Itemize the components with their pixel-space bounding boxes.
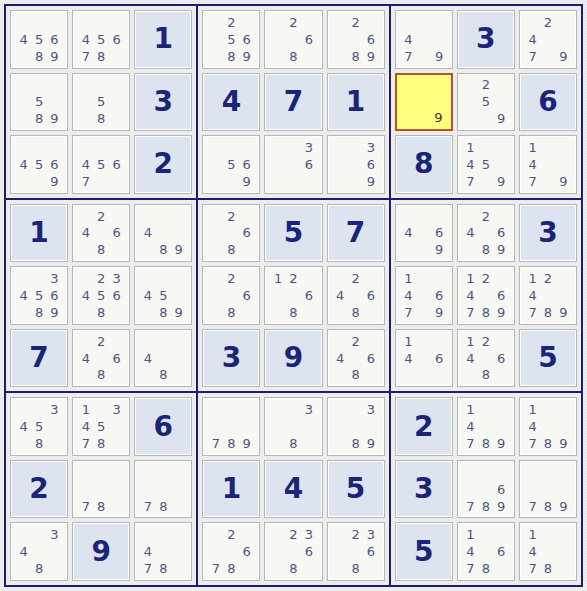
candidate-1: 1: [463, 526, 478, 543]
cell-r4c3[interactable]: 489: [134, 204, 192, 263]
cell-r3c6[interactable]: 369: [327, 135, 385, 194]
solved-digit: 6: [154, 413, 173, 441]
cell-r9c1[interactable]: 348: [10, 522, 68, 581]
empty-slot: [401, 14, 416, 31]
candidate-4: 4: [463, 225, 478, 242]
cell-r6c2[interactable]: 2468: [72, 329, 130, 388]
solved-digit: 5: [414, 538, 433, 566]
candidate-6: 6: [363, 156, 378, 173]
cell-r2c7[interactable]: 9: [395, 73, 453, 132]
cell-r4c9[interactable]: 3: [519, 204, 577, 263]
solved-digit: 6: [538, 88, 557, 116]
empty-slot: [31, 270, 46, 287]
candidate-9: 9: [494, 173, 509, 190]
empty-slot: [78, 304, 93, 321]
candidate-3: 3: [301, 139, 316, 156]
empty-slot: [31, 173, 46, 190]
sudoku-page: 4568945678158958345694567225689268268947…: [0, 0, 587, 591]
empty-slot: [16, 270, 31, 287]
empty-slot: [540, 401, 555, 418]
box-1: 45689456781589583456945672: [6, 6, 196, 198]
empty-slot: [47, 14, 62, 31]
empty-slot: [431, 31, 446, 48]
cell-r8c9[interactable]: 789: [519, 460, 577, 519]
box-2: 25689268268947156936369: [198, 6, 388, 198]
cell-r8c8[interactable]: 6789: [457, 460, 515, 519]
candidate-6: 6: [47, 156, 62, 173]
empty-slot: [463, 110, 478, 127]
empty-slot: [478, 139, 493, 156]
cell-r5c2[interactable]: 234568: [72, 266, 130, 325]
cell-r3c5[interactable]: 36: [264, 135, 322, 194]
solved-digit: 3: [222, 344, 241, 372]
box-6: 469246893146791246789124789146124685: [391, 200, 581, 392]
cell-r3c3[interactable]: 2: [134, 135, 192, 194]
cell-r4c5[interactable]: 5: [264, 204, 322, 263]
empty-slot: [363, 366, 378, 383]
cell-r1c4[interactable]: 25689: [202, 10, 260, 69]
cell-r8c6[interactable]: 5: [327, 460, 385, 519]
empty-slot: [78, 464, 93, 481]
candidate-4: 4: [78, 287, 93, 304]
candidate-2: 2: [478, 208, 493, 225]
empty-slot: [540, 543, 555, 560]
candidate-9: 9: [494, 304, 509, 321]
candidate-6: 6: [109, 156, 124, 173]
candidate-1: 1: [78, 401, 93, 418]
cell-r6c8[interactable]: 12468: [457, 329, 515, 388]
candidate-9: 9: [494, 241, 509, 258]
empty-slot: [224, 287, 239, 304]
cell-r4c7[interactable]: 469: [395, 204, 453, 263]
empty-slot: [171, 560, 186, 577]
cell-r8c4[interactable]: 1: [202, 460, 260, 519]
candidate-7: 7: [140, 560, 155, 577]
cell-r3c7[interactable]: 8: [395, 135, 453, 194]
pencil-marks: 3458: [11, 398, 67, 455]
empty-slot: [109, 173, 124, 190]
empty-slot: [31, 77, 46, 94]
empty-slot: [208, 270, 223, 287]
cell-r2c6[interactable]: 1: [327, 73, 385, 132]
candidate-6: 6: [239, 156, 254, 173]
cell-r4c6[interactable]: 7: [327, 204, 385, 263]
cell-r9c4[interactable]: 2678: [202, 522, 260, 581]
cell-r6c7[interactable]: 146: [395, 329, 453, 388]
empty-slot: [494, 77, 509, 94]
empty-slot: [140, 366, 155, 383]
cell-r5c7[interactable]: 14679: [395, 266, 453, 325]
pencil-marks: 489: [135, 205, 191, 262]
empty-slot: [333, 401, 348, 418]
empty-slot: [540, 481, 555, 498]
candidate-9: 9: [556, 435, 571, 452]
cell-r8c5[interactable]: 4: [264, 460, 322, 519]
cell-r9c6[interactable]: 2368: [327, 522, 385, 581]
candidate-2: 2: [286, 526, 301, 543]
empty-slot: [16, 139, 31, 156]
empty-slot: [286, 139, 301, 156]
empty-slot: [208, 304, 223, 321]
cell-r9c5[interactable]: 2368: [264, 522, 322, 581]
pencil-marks: 1246789: [458, 267, 514, 324]
cell-r1c9[interactable]: 2479: [519, 10, 577, 69]
cell-r7c8[interactable]: 14789: [457, 397, 515, 456]
candidate-3: 3: [363, 526, 378, 543]
candidate-8: 8: [348, 304, 363, 321]
cell-r3c8[interactable]: 14579: [457, 135, 515, 194]
candidate-9: 9: [431, 241, 446, 258]
cell-r5c9[interactable]: 124789: [519, 266, 577, 325]
candidate-5: 5: [93, 156, 108, 173]
cell-r1c6[interactable]: 2689: [327, 10, 385, 69]
pencil-marks: 45689: [11, 11, 67, 68]
empty-slot: [270, 526, 285, 543]
cell-r6c1[interactable]: 7: [10, 329, 68, 388]
empty-slot: [270, 543, 285, 560]
empty-slot: [208, 526, 223, 543]
empty-slot: [478, 543, 493, 560]
empty-slot: [333, 139, 348, 156]
pencil-marks: 589: [11, 74, 67, 131]
empty-slot: [540, 418, 555, 435]
cell-r6c5[interactable]: 9: [264, 329, 322, 388]
candidate-6: 6: [109, 287, 124, 304]
empty-slot: [556, 543, 571, 560]
cell-r7c5[interactable]: 38: [264, 397, 322, 456]
empty-slot: [31, 401, 46, 418]
empty-slot: [556, 401, 571, 418]
candidate-6: 6: [239, 225, 254, 242]
empty-slot: [109, 139, 124, 156]
cell-r9c2[interactable]: 9: [72, 522, 130, 581]
candidate-4: 4: [16, 156, 31, 173]
empty-slot: [47, 543, 62, 560]
empty-slot: [239, 560, 254, 577]
empty-slot: [525, 481, 540, 498]
cell-r3c1[interactable]: 4569: [10, 135, 68, 194]
cell-r6c4[interactable]: 3: [202, 329, 260, 388]
candidate-2: 2: [540, 14, 555, 31]
candidate-5: 5: [93, 31, 108, 48]
pencil-marks: 78: [135, 461, 191, 518]
solved-digit: 3: [414, 475, 433, 503]
empty-slot: [156, 225, 171, 242]
empty-slot: [301, 435, 316, 452]
empty-slot: [208, 401, 223, 418]
pencil-marks: 146: [396, 330, 452, 387]
cell-r2c9[interactable]: 6: [519, 73, 577, 132]
candidate-1: 1: [525, 139, 540, 156]
empty-slot: [416, 94, 431, 110]
empty-slot: [16, 526, 31, 543]
empty-slot: [556, 139, 571, 156]
empty-slot: [333, 31, 348, 48]
box-7: 34581345786278783489478: [6, 393, 196, 585]
candidate-5: 5: [478, 93, 493, 110]
empty-slot: [270, 418, 285, 435]
candidate-7: 7: [525, 304, 540, 321]
empty-slot: [494, 93, 509, 110]
cell-r7c9[interactable]: 14789: [519, 397, 577, 456]
candidate-6: 6: [47, 31, 62, 48]
cell-r3c2[interactable]: 4567: [72, 135, 130, 194]
solved-digit: 2: [154, 150, 173, 178]
empty-slot: [239, 241, 254, 258]
candidate-9: 9: [171, 304, 186, 321]
empty-slot: [16, 401, 31, 418]
empty-slot: [478, 110, 493, 127]
empty-slot: [140, 526, 155, 543]
cell-r7c2[interactable]: 134578: [72, 397, 130, 456]
cell-r2c8[interactable]: 259: [457, 73, 515, 132]
cell-r5c8[interactable]: 1246789: [457, 266, 515, 325]
cell-r4c1[interactable]: 1: [10, 204, 68, 263]
candidate-6: 6: [239, 543, 254, 560]
pencil-marks: 259: [458, 74, 514, 131]
pencil-marks: 2678: [203, 523, 259, 580]
empty-slot: [156, 333, 171, 350]
candidate-2: 2: [286, 14, 301, 31]
candidate-6: 6: [363, 543, 378, 560]
empty-slot: [416, 208, 431, 225]
empty-slot: [16, 173, 31, 190]
cell-r4c4[interactable]: 268: [202, 204, 260, 263]
cell-r3c4[interactable]: 569: [202, 135, 260, 194]
empty-slot: [208, 543, 223, 560]
empty-slot: [93, 139, 108, 156]
candidate-5: 5: [224, 31, 239, 48]
empty-slot: [348, 139, 363, 156]
candidate-7: 7: [463, 560, 478, 577]
empty-slot: [333, 435, 348, 452]
candidate-4: 4: [16, 543, 31, 560]
cell-r7c4[interactable]: 789: [202, 397, 260, 456]
empty-slot: [208, 31, 223, 48]
empty-slot: [416, 78, 431, 94]
candidate-7: 7: [525, 48, 540, 65]
cell-r2c3[interactable]: 3: [134, 73, 192, 132]
empty-slot: [301, 418, 316, 435]
cell-r8c1[interactable]: 2: [10, 460, 68, 519]
candidate-8: 8: [93, 435, 108, 452]
candidate-9: 9: [47, 173, 62, 190]
candidate-5: 5: [224, 156, 239, 173]
cell-r7c6[interactable]: 389: [327, 397, 385, 456]
cell-r4c8[interactable]: 24689: [457, 204, 515, 263]
cell-r9c3[interactable]: 478: [134, 522, 192, 581]
empty-slot: [478, 350, 493, 367]
candidate-4: 4: [525, 543, 540, 560]
solved-digit: 7: [346, 219, 365, 247]
empty-slot: [171, 543, 186, 560]
pencil-marks: 268: [265, 11, 321, 68]
cell-r3c9[interactable]: 1479: [519, 135, 577, 194]
empty-slot: [208, 418, 223, 435]
cell-r6c6[interactable]: 2468: [327, 329, 385, 388]
cell-r5c5[interactable]: 1268: [264, 266, 322, 325]
candidate-6: 6: [301, 287, 316, 304]
pencil-marks: 14579: [458, 136, 514, 193]
candidate-2: 2: [348, 14, 363, 31]
cell-r8c2[interactable]: 78: [72, 460, 130, 519]
empty-slot: [463, 208, 478, 225]
empty-slot: [333, 48, 348, 65]
empty-slot: [333, 366, 348, 383]
candidate-6: 6: [431, 225, 446, 242]
empty-slot: [270, 401, 285, 418]
empty-slot: [16, 304, 31, 321]
candidate-8: 8: [348, 435, 363, 452]
cell-r2c2[interactable]: 58: [72, 73, 130, 132]
candidate-5: 5: [31, 93, 46, 110]
cell-r5c1[interactable]: 345689: [10, 266, 68, 325]
empty-slot: [31, 543, 46, 560]
empty-slot: [494, 366, 509, 383]
empty-slot: [556, 560, 571, 577]
candidate-4: 4: [140, 225, 155, 242]
empty-slot: [109, 241, 124, 258]
cell-r8c7[interactable]: 3: [395, 460, 453, 519]
candidate-2: 2: [224, 526, 239, 543]
candidate-4: 4: [140, 543, 155, 560]
cell-r2c5[interactable]: 7: [264, 73, 322, 132]
candidate-4: 4: [333, 287, 348, 304]
candidate-8: 8: [93, 110, 108, 127]
candidate-6: 6: [494, 225, 509, 242]
empty-slot: [140, 241, 155, 258]
candidate-9: 9: [363, 48, 378, 65]
cell-r9c9[interactable]: 1478: [519, 522, 577, 581]
cell-r1c7[interactable]: 479: [395, 10, 453, 69]
empty-slot: [540, 156, 555, 173]
empty-slot: [286, 418, 301, 435]
empty-slot: [333, 173, 348, 190]
pencil-marks: 6789: [458, 461, 514, 518]
empty-slot: [525, 464, 540, 481]
empty-slot: [478, 418, 493, 435]
empty-slot: [494, 208, 509, 225]
cell-r1c8[interactable]: 3: [457, 10, 515, 69]
empty-slot: [109, 93, 124, 110]
empty-slot: [333, 304, 348, 321]
candidate-4: 4: [525, 31, 540, 48]
empty-slot: [208, 48, 223, 65]
solved-digit: 3: [476, 25, 495, 53]
candidate-6: 6: [301, 543, 316, 560]
cell-r7c1[interactable]: 3458: [10, 397, 68, 456]
pencil-marks: 24689: [458, 205, 514, 262]
cell-r9c8[interactable]: 14678: [457, 522, 515, 581]
candidate-2: 2: [348, 526, 363, 543]
cell-r6c9[interactable]: 5: [519, 329, 577, 388]
empty-slot: [78, 14, 93, 31]
empty-slot: [463, 366, 478, 383]
candidate-6: 6: [363, 31, 378, 48]
empty-slot: [208, 208, 223, 225]
candidate-8: 8: [31, 560, 46, 577]
candidate-8: 8: [93, 304, 108, 321]
pencil-marks: 45678: [73, 11, 129, 68]
pencil-marks: 348: [11, 523, 67, 580]
empty-slot: [416, 48, 431, 65]
empty-slot: [463, 241, 478, 258]
candidate-6: 6: [47, 287, 62, 304]
candidate-2: 2: [478, 77, 493, 94]
candidate-8: 8: [286, 435, 301, 452]
cell-r7c3[interactable]: 6: [134, 397, 192, 456]
empty-slot: [333, 543, 348, 560]
empty-slot: [93, 350, 108, 367]
empty-slot: [402, 94, 417, 110]
candidate-7: 7: [463, 173, 478, 190]
empty-slot: [416, 287, 431, 304]
empty-slot: [224, 139, 239, 156]
candidate-9: 9: [431, 304, 446, 321]
empty-slot: [47, 139, 62, 156]
cell-r7c7[interactable]: 2: [395, 397, 453, 456]
empty-slot: [416, 241, 431, 258]
empty-slot: [401, 366, 416, 383]
pencil-marks: 469: [396, 205, 452, 262]
cell-r1c1[interactable]: 45689: [10, 10, 68, 69]
cell-r8c3[interactable]: 78: [134, 460, 192, 519]
cell-r4c2[interactable]: 2468: [72, 204, 130, 263]
solved-digit: 3: [154, 88, 173, 116]
candidate-6: 6: [494, 350, 509, 367]
empty-slot: [348, 401, 363, 418]
candidate-4: 4: [525, 287, 540, 304]
candidate-3: 3: [301, 526, 316, 543]
cell-r2c1[interactable]: 589: [10, 73, 68, 132]
empty-slot: [239, 14, 254, 31]
candidate-8: 8: [31, 304, 46, 321]
empty-slot: [478, 287, 493, 304]
pencil-marks: 12468: [458, 330, 514, 387]
cell-r9c7[interactable]: 5: [395, 522, 453, 581]
candidate-1: 1: [525, 401, 540, 418]
cell-r1c5[interactable]: 268: [264, 10, 322, 69]
solved-digit: 2: [414, 413, 433, 441]
cell-r1c3[interactable]: 1: [134, 10, 192, 69]
empty-slot: [171, 481, 186, 498]
candidate-9: 9: [171, 241, 186, 258]
empty-slot: [416, 14, 431, 31]
empty-slot: [239, 139, 254, 156]
candidate-6: 6: [494, 481, 509, 498]
empty-slot: [416, 110, 431, 126]
sudoku-board: 4568945678158958345694567225689268268947…: [4, 4, 583, 587]
cell-r5c4[interactable]: 268: [202, 266, 260, 325]
candidate-4: 4: [78, 350, 93, 367]
empty-slot: [286, 31, 301, 48]
candidate-2: 2: [224, 14, 239, 31]
cell-r1c2[interactable]: 45678: [72, 10, 130, 69]
empty-slot: [224, 173, 239, 190]
candidate-4: 4: [525, 418, 540, 435]
empty-slot: [494, 418, 509, 435]
candidate-7: 7: [140, 498, 155, 515]
cell-r2c4[interactable]: 4: [202, 73, 260, 132]
cell-r6c3[interactable]: 48: [134, 329, 192, 388]
candidate-3: 3: [363, 139, 378, 156]
empty-slot: [93, 14, 108, 31]
cell-r5c6[interactable]: 2468: [327, 266, 385, 325]
empty-slot: [286, 401, 301, 418]
empty-slot: [556, 156, 571, 173]
empty-slot: [348, 173, 363, 190]
cell-r5c3[interactable]: 4589: [134, 266, 192, 325]
